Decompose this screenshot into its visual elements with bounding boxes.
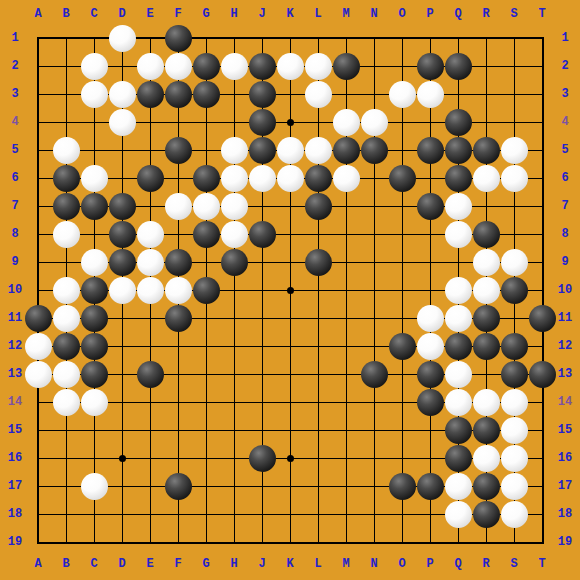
board-point-G7[interactable]	[192, 192, 220, 220]
board-point-A13[interactable]	[24, 360, 52, 388]
board-point-H14[interactable]	[220, 388, 248, 416]
board-point-E13[interactable]	[136, 360, 164, 388]
board-point-R19[interactable]	[472, 528, 500, 556]
board-point-D10[interactable]	[108, 276, 136, 304]
board-point-L6[interactable]	[304, 164, 332, 192]
board-point-P14[interactable]	[416, 388, 444, 416]
board-point-A14[interactable]	[24, 388, 52, 416]
board-point-J4[interactable]	[248, 108, 276, 136]
board-point-A18[interactable]	[24, 500, 52, 528]
board-point-A17[interactable]	[24, 472, 52, 500]
board-point-J11[interactable]	[248, 304, 276, 332]
board-point-H2[interactable]	[220, 52, 248, 80]
board-point-K1[interactable]	[276, 24, 304, 52]
board-point-F8[interactable]	[164, 220, 192, 248]
board-point-H12[interactable]	[220, 332, 248, 360]
board-point-Q19[interactable]	[444, 528, 472, 556]
board-point-G6[interactable]	[192, 164, 220, 192]
board-point-O7[interactable]	[388, 192, 416, 220]
board-point-J10[interactable]	[248, 276, 276, 304]
board-point-O13[interactable]	[388, 360, 416, 388]
board-point-M5[interactable]	[332, 136, 360, 164]
board-point-F16[interactable]	[164, 444, 192, 472]
board-point-L8[interactable]	[304, 220, 332, 248]
board-point-G13[interactable]	[192, 360, 220, 388]
board-point-B14[interactable]	[52, 388, 80, 416]
board-point-R4[interactable]	[472, 108, 500, 136]
board-point-O8[interactable]	[388, 220, 416, 248]
board-point-K17[interactable]	[276, 472, 304, 500]
board-point-C7[interactable]	[80, 192, 108, 220]
board-point-R9[interactable]	[472, 248, 500, 276]
board-point-C5[interactable]	[80, 136, 108, 164]
board-point-H15[interactable]	[220, 416, 248, 444]
board-point-E8[interactable]	[136, 220, 164, 248]
board-point-L9[interactable]	[304, 248, 332, 276]
board-point-H6[interactable]	[220, 164, 248, 192]
board-point-O10[interactable]	[388, 276, 416, 304]
board-point-K12[interactable]	[276, 332, 304, 360]
board-point-Q9[interactable]	[444, 248, 472, 276]
board-point-L3[interactable]	[304, 80, 332, 108]
board-point-E12[interactable]	[136, 332, 164, 360]
board-point-B17[interactable]	[52, 472, 80, 500]
board-point-R12[interactable]	[472, 332, 500, 360]
board-point-E9[interactable]	[136, 248, 164, 276]
board-point-M12[interactable]	[332, 332, 360, 360]
board-point-H9[interactable]	[220, 248, 248, 276]
board-point-C8[interactable]	[80, 220, 108, 248]
board-point-L10[interactable]	[304, 276, 332, 304]
board-point-M18[interactable]	[332, 500, 360, 528]
board-point-M1[interactable]	[332, 24, 360, 52]
board-point-D5[interactable]	[108, 136, 136, 164]
board-point-F6[interactable]	[164, 164, 192, 192]
board-point-P11[interactable]	[416, 304, 444, 332]
board-point-M4[interactable]	[332, 108, 360, 136]
board-point-D1[interactable]	[108, 24, 136, 52]
board-point-A5[interactable]	[24, 136, 52, 164]
board-point-N16[interactable]	[360, 444, 388, 472]
board-point-A1[interactable]	[24, 24, 52, 52]
board-point-P19[interactable]	[416, 528, 444, 556]
board-point-L14[interactable]	[304, 388, 332, 416]
board-point-L17[interactable]	[304, 472, 332, 500]
board-point-B9[interactable]	[52, 248, 80, 276]
board-point-C9[interactable]	[80, 248, 108, 276]
board-point-K5[interactable]	[276, 136, 304, 164]
board-point-K18[interactable]	[276, 500, 304, 528]
board-point-R10[interactable]	[472, 276, 500, 304]
board-point-G8[interactable]	[192, 220, 220, 248]
board-point-B12[interactable]	[52, 332, 80, 360]
board-point-S10[interactable]	[500, 276, 528, 304]
board-point-N4[interactable]	[360, 108, 388, 136]
board-point-P2[interactable]	[416, 52, 444, 80]
board-point-B6[interactable]	[52, 164, 80, 192]
board-point-L13[interactable]	[304, 360, 332, 388]
board-point-D19[interactable]	[108, 528, 136, 556]
board-point-E18[interactable]	[136, 500, 164, 528]
board-point-H17[interactable]	[220, 472, 248, 500]
board-point-N12[interactable]	[360, 332, 388, 360]
board-point-P5[interactable]	[416, 136, 444, 164]
board-point-E16[interactable]	[136, 444, 164, 472]
board-point-H10[interactable]	[220, 276, 248, 304]
board-point-B16[interactable]	[52, 444, 80, 472]
board-point-L2[interactable]	[304, 52, 332, 80]
board-point-N5[interactable]	[360, 136, 388, 164]
board-point-O6[interactable]	[388, 164, 416, 192]
board-point-J12[interactable]	[248, 332, 276, 360]
board-point-Q6[interactable]	[444, 164, 472, 192]
board-point-E5[interactable]	[136, 136, 164, 164]
board-point-A16[interactable]	[24, 444, 52, 472]
board-point-L4[interactable]	[304, 108, 332, 136]
board-point-J17[interactable]	[248, 472, 276, 500]
board-point-H7[interactable]	[220, 192, 248, 220]
board-point-M17[interactable]	[332, 472, 360, 500]
board-point-J9[interactable]	[248, 248, 276, 276]
board-point-D13[interactable]	[108, 360, 136, 388]
board-point-S9[interactable]	[500, 248, 528, 276]
board-point-K11[interactable]	[276, 304, 304, 332]
board-point-H11[interactable]	[220, 304, 248, 332]
board-point-F17[interactable]	[164, 472, 192, 500]
board-point-P16[interactable]	[416, 444, 444, 472]
board-point-N1[interactable]	[360, 24, 388, 52]
board-point-C1[interactable]	[80, 24, 108, 52]
board-point-Q12[interactable]	[444, 332, 472, 360]
board-point-B7[interactable]	[52, 192, 80, 220]
board-point-N17[interactable]	[360, 472, 388, 500]
board-point-S17[interactable]	[500, 472, 528, 500]
board-point-L1[interactable]	[304, 24, 332, 52]
board-point-Q4[interactable]	[444, 108, 472, 136]
board-point-G17[interactable]	[192, 472, 220, 500]
board-point-K15[interactable]	[276, 416, 304, 444]
board-point-G14[interactable]	[192, 388, 220, 416]
board-point-M9[interactable]	[332, 248, 360, 276]
board-point-Q5[interactable]	[444, 136, 472, 164]
board-point-B5[interactable]	[52, 136, 80, 164]
board-point-R16[interactable]	[472, 444, 500, 472]
board-point-F4[interactable]	[164, 108, 192, 136]
board-point-O9[interactable]	[388, 248, 416, 276]
board-point-C12[interactable]	[80, 332, 108, 360]
board-point-J6[interactable]	[248, 164, 276, 192]
board-point-B18[interactable]	[52, 500, 80, 528]
board-point-P10[interactable]	[416, 276, 444, 304]
board-point-A4[interactable]	[24, 108, 52, 136]
board-point-A7[interactable]	[24, 192, 52, 220]
board-point-S5[interactable]	[500, 136, 528, 164]
board-point-K13[interactable]	[276, 360, 304, 388]
board-point-C13[interactable]	[80, 360, 108, 388]
board-point-O5[interactable]	[388, 136, 416, 164]
board-point-H18[interactable]	[220, 500, 248, 528]
board-point-L19[interactable]	[304, 528, 332, 556]
board-point-C16[interactable]	[80, 444, 108, 472]
board-point-O11[interactable]	[388, 304, 416, 332]
board-point-M3[interactable]	[332, 80, 360, 108]
board-point-Q18[interactable]	[444, 500, 472, 528]
board-point-M8[interactable]	[332, 220, 360, 248]
board-point-J13[interactable]	[248, 360, 276, 388]
board-point-G3[interactable]	[192, 80, 220, 108]
board-point-Q16[interactable]	[444, 444, 472, 472]
board-point-S7[interactable]	[500, 192, 528, 220]
board-point-G12[interactable]	[192, 332, 220, 360]
board-point-K4[interactable]	[276, 108, 304, 136]
board-point-O15[interactable]	[388, 416, 416, 444]
board-point-R7[interactable]	[472, 192, 500, 220]
board-point-E17[interactable]	[136, 472, 164, 500]
board-point-E14[interactable]	[136, 388, 164, 416]
board-point-S4[interactable]	[500, 108, 528, 136]
board-point-D7[interactable]	[108, 192, 136, 220]
board-point-G18[interactable]	[192, 500, 220, 528]
board-point-P18[interactable]	[416, 500, 444, 528]
board-point-S3[interactable]	[500, 80, 528, 108]
board-point-K16[interactable]	[276, 444, 304, 472]
board-point-B13[interactable]	[52, 360, 80, 388]
board-point-P8[interactable]	[416, 220, 444, 248]
board-point-B2[interactable]	[52, 52, 80, 80]
board-point-Q14[interactable]	[444, 388, 472, 416]
board-point-M2[interactable]	[332, 52, 360, 80]
board-point-G10[interactable]	[192, 276, 220, 304]
board-point-E6[interactable]	[136, 164, 164, 192]
board-point-C18[interactable]	[80, 500, 108, 528]
board-point-L16[interactable]	[304, 444, 332, 472]
board-point-K10[interactable]	[276, 276, 304, 304]
board-point-O1[interactable]	[388, 24, 416, 52]
board-point-H13[interactable]	[220, 360, 248, 388]
board-point-P3[interactable]	[416, 80, 444, 108]
board-point-G16[interactable]	[192, 444, 220, 472]
board-point-D6[interactable]	[108, 164, 136, 192]
board-point-Q17[interactable]	[444, 472, 472, 500]
board-point-S11[interactable]	[500, 304, 528, 332]
board-point-A12[interactable]	[24, 332, 52, 360]
board-point-J5[interactable]	[248, 136, 276, 164]
board-point-H16[interactable]	[220, 444, 248, 472]
board-point-A2[interactable]	[24, 52, 52, 80]
board-point-B11[interactable]	[52, 304, 80, 332]
board-point-A9[interactable]	[24, 248, 52, 276]
board-point-H5[interactable]	[220, 136, 248, 164]
board-point-S12[interactable]	[500, 332, 528, 360]
board-point-O3[interactable]	[388, 80, 416, 108]
board-point-L7[interactable]	[304, 192, 332, 220]
board-point-K8[interactable]	[276, 220, 304, 248]
board-point-Q15[interactable]	[444, 416, 472, 444]
board-point-P15[interactable]	[416, 416, 444, 444]
board-point-M15[interactable]	[332, 416, 360, 444]
board-point-S1[interactable]	[500, 24, 528, 52]
board-point-K2[interactable]	[276, 52, 304, 80]
board-point-Q11[interactable]	[444, 304, 472, 332]
board-point-J3[interactable]	[248, 80, 276, 108]
board-point-Q10[interactable]	[444, 276, 472, 304]
board-point-E15[interactable]	[136, 416, 164, 444]
board-point-R5[interactable]	[472, 136, 500, 164]
board-point-B10[interactable]	[52, 276, 80, 304]
board-point-Q1[interactable]	[444, 24, 472, 52]
board-point-G5[interactable]	[192, 136, 220, 164]
board-point-C6[interactable]	[80, 164, 108, 192]
board-point-P7[interactable]	[416, 192, 444, 220]
board-point-A3[interactable]	[24, 80, 52, 108]
board-point-O4[interactable]	[388, 108, 416, 136]
board-point-F7[interactable]	[164, 192, 192, 220]
board-point-O2[interactable]	[388, 52, 416, 80]
board-point-N8[interactable]	[360, 220, 388, 248]
board-point-G2[interactable]	[192, 52, 220, 80]
board-point-A15[interactable]	[24, 416, 52, 444]
board-point-S8[interactable]	[500, 220, 528, 248]
board-point-K3[interactable]	[276, 80, 304, 108]
board-point-M10[interactable]	[332, 276, 360, 304]
board-point-F10[interactable]	[164, 276, 192, 304]
board-point-Q13[interactable]	[444, 360, 472, 388]
board-point-F13[interactable]	[164, 360, 192, 388]
board-point-B19[interactable]	[52, 528, 80, 556]
board-point-H4[interactable]	[220, 108, 248, 136]
board-point-S2[interactable]	[500, 52, 528, 80]
board-point-L5[interactable]	[304, 136, 332, 164]
board-point-J8[interactable]	[248, 220, 276, 248]
board-point-L18[interactable]	[304, 500, 332, 528]
board-point-M13[interactable]	[332, 360, 360, 388]
board-point-F5[interactable]	[164, 136, 192, 164]
board-point-B15[interactable]	[52, 416, 80, 444]
board-point-O18[interactable]	[388, 500, 416, 528]
board-point-F1[interactable]	[164, 24, 192, 52]
board-point-S6[interactable]	[500, 164, 528, 192]
board-point-S18[interactable]	[500, 500, 528, 528]
board-point-H19[interactable]	[220, 528, 248, 556]
board-point-P12[interactable]	[416, 332, 444, 360]
board-point-H3[interactable]	[220, 80, 248, 108]
board-point-M7[interactable]	[332, 192, 360, 220]
board-point-F3[interactable]	[164, 80, 192, 108]
board-point-F12[interactable]	[164, 332, 192, 360]
board-point-J18[interactable]	[248, 500, 276, 528]
board-point-G11[interactable]	[192, 304, 220, 332]
board-point-D9[interactable]	[108, 248, 136, 276]
board-point-R15[interactable]	[472, 416, 500, 444]
board-point-C2[interactable]	[80, 52, 108, 80]
board-point-D17[interactable]	[108, 472, 136, 500]
board-point-P17[interactable]	[416, 472, 444, 500]
board-point-F9[interactable]	[164, 248, 192, 276]
board-point-P9[interactable]	[416, 248, 444, 276]
board-point-R11[interactable]	[472, 304, 500, 332]
board-point-B8[interactable]	[52, 220, 80, 248]
board-point-J1[interactable]	[248, 24, 276, 52]
board-point-F14[interactable]	[164, 388, 192, 416]
board-point-N10[interactable]	[360, 276, 388, 304]
board-point-N2[interactable]	[360, 52, 388, 80]
board-point-N13[interactable]	[360, 360, 388, 388]
board-point-F18[interactable]	[164, 500, 192, 528]
board-point-J15[interactable]	[248, 416, 276, 444]
board-point-N19[interactable]	[360, 528, 388, 556]
board-point-N6[interactable]	[360, 164, 388, 192]
board-point-L11[interactable]	[304, 304, 332, 332]
board-point-A8[interactable]	[24, 220, 52, 248]
board-point-J16[interactable]	[248, 444, 276, 472]
board-point-A11[interactable]	[24, 304, 52, 332]
board-point-S14[interactable]	[500, 388, 528, 416]
board-point-M11[interactable]	[332, 304, 360, 332]
board-point-R2[interactable]	[472, 52, 500, 80]
board-point-D18[interactable]	[108, 500, 136, 528]
board-point-N18[interactable]	[360, 500, 388, 528]
board-point-D12[interactable]	[108, 332, 136, 360]
board-point-P6[interactable]	[416, 164, 444, 192]
board-point-S13[interactable]	[500, 360, 528, 388]
board-point-M6[interactable]	[332, 164, 360, 192]
board-point-M16[interactable]	[332, 444, 360, 472]
board-point-H1[interactable]	[220, 24, 248, 52]
board-point-C10[interactable]	[80, 276, 108, 304]
board-point-D2[interactable]	[108, 52, 136, 80]
board-point-E4[interactable]	[136, 108, 164, 136]
board-point-C14[interactable]	[80, 388, 108, 416]
board-point-R14[interactable]	[472, 388, 500, 416]
board-point-E10[interactable]	[136, 276, 164, 304]
board-point-H8[interactable]	[220, 220, 248, 248]
board-point-O16[interactable]	[388, 444, 416, 472]
board-point-K14[interactable]	[276, 388, 304, 416]
board-point-L15[interactable]	[304, 416, 332, 444]
board-point-P13[interactable]	[416, 360, 444, 388]
board-point-R6[interactable]	[472, 164, 500, 192]
board-point-R1[interactable]	[472, 24, 500, 52]
board-point-O17[interactable]	[388, 472, 416, 500]
board-point-D4[interactable]	[108, 108, 136, 136]
board-point-N9[interactable]	[360, 248, 388, 276]
board-point-E19[interactable]	[136, 528, 164, 556]
board-point-D8[interactable]	[108, 220, 136, 248]
board-point-C15[interactable]	[80, 416, 108, 444]
board-point-E7[interactable]	[136, 192, 164, 220]
board-point-D14[interactable]	[108, 388, 136, 416]
board-point-N3[interactable]	[360, 80, 388, 108]
board-point-E1[interactable]	[136, 24, 164, 52]
board-point-D16[interactable]	[108, 444, 136, 472]
board-point-Q7[interactable]	[444, 192, 472, 220]
board-point-B1[interactable]	[52, 24, 80, 52]
board-point-G4[interactable]	[192, 108, 220, 136]
board-point-R8[interactable]	[472, 220, 500, 248]
board-point-O12[interactable]	[388, 332, 416, 360]
board-point-S16[interactable]	[500, 444, 528, 472]
board-point-S19[interactable]	[500, 528, 528, 556]
board-point-C4[interactable]	[80, 108, 108, 136]
board-point-N11[interactable]	[360, 304, 388, 332]
board-point-K6[interactable]	[276, 164, 304, 192]
board-point-E11[interactable]	[136, 304, 164, 332]
board-point-R3[interactable]	[472, 80, 500, 108]
board-point-R17[interactable]	[472, 472, 500, 500]
board-point-M14[interactable]	[332, 388, 360, 416]
board-point-R13[interactable]	[472, 360, 500, 388]
board-point-N7[interactable]	[360, 192, 388, 220]
